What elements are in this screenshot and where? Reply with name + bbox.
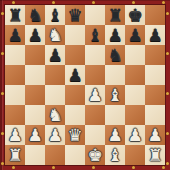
frame-nail-icon (1, 12, 4, 15)
square-c7[interactable]: ♞ (45, 25, 65, 45)
black-pawn[interactable]: ♟ (45, 45, 65, 65)
frame-nail-icon (12, 1, 15, 4)
frame-nail-icon (166, 132, 169, 135)
square-b1[interactable] (25, 145, 45, 165)
square-h5[interactable] (145, 65, 165, 85)
square-a3[interactable] (5, 105, 25, 125)
square-a2[interactable]: ♟ (5, 125, 25, 145)
black-knight[interactable]: ♞ (25, 5, 45, 25)
frame-nail-icon (162, 1, 165, 4)
white-bishop[interactable]: ♝ (105, 145, 125, 165)
square-c8[interactable]: ♝ (45, 5, 65, 25)
white-pawn[interactable]: ♟ (25, 125, 45, 145)
black-pawn[interactable]: ♟ (25, 25, 45, 45)
square-f5[interactable] (105, 65, 125, 85)
white-pawn[interactable]: ♟ (105, 125, 125, 145)
frame-nail-icon (92, 166, 95, 169)
square-g4[interactable] (125, 85, 145, 105)
white-knight[interactable]: ♞ (45, 105, 65, 125)
square-b4[interactable] (25, 85, 45, 105)
square-a7[interactable]: ♟ (5, 25, 25, 45)
square-h1[interactable]: ♜ (145, 145, 165, 165)
square-e7[interactable]: ♝ (85, 25, 105, 45)
white-rook[interactable]: ♜ (145, 145, 165, 165)
frame-nail-icon (1, 92, 4, 95)
square-a4[interactable] (5, 85, 25, 105)
square-h2[interactable]: ♟ (145, 125, 165, 145)
frame-nail-icon (132, 166, 135, 169)
white-pawn[interactable]: ♟ (145, 125, 165, 145)
square-a6[interactable] (5, 45, 25, 65)
white-bishop[interactable]: ♝ (105, 85, 125, 105)
square-b2[interactable]: ♟ (25, 125, 45, 145)
white-king[interactable]: ♚ (85, 145, 105, 165)
square-f1[interactable]: ♝ (105, 145, 125, 165)
black-pawn[interactable]: ♟ (125, 25, 145, 45)
square-g5[interactable] (125, 65, 145, 85)
frame-nail-icon (132, 1, 135, 4)
white-pawn[interactable]: ♟ (125, 125, 145, 145)
square-d7[interactable] (65, 25, 85, 45)
square-g8[interactable]: ♚ (125, 5, 145, 25)
square-f7[interactable]: ♟ (105, 25, 125, 45)
frame-nail-icon (1, 132, 4, 135)
frame-nail-icon (52, 166, 55, 169)
square-e1[interactable]: ♚ (85, 145, 105, 165)
chess-board[interactable]: ♜♞♝♛♜♚♟♟♞♝♟♟♟♟♞♟♟♝♞♟♟♟♛♟♟♟♜♚♝♜ (5, 5, 165, 165)
square-d1[interactable] (65, 145, 85, 165)
square-h3[interactable] (145, 105, 165, 125)
square-c6[interactable]: ♟ (45, 45, 65, 65)
square-a1[interactable]: ♜ (5, 145, 25, 165)
square-d3[interactable] (65, 105, 85, 125)
frame-nail-icon (1, 52, 4, 55)
white-queen[interactable]: ♛ (65, 125, 85, 145)
black-knight[interactable]: ♞ (105, 45, 125, 65)
square-b6[interactable] (25, 45, 45, 65)
white-rook[interactable]: ♜ (5, 145, 25, 165)
square-g7[interactable]: ♟ (125, 25, 145, 45)
square-e6[interactable] (85, 45, 105, 65)
square-g6[interactable] (125, 45, 145, 65)
square-d5[interactable]: ♟ (65, 65, 85, 85)
black-queen[interactable]: ♛ (65, 5, 85, 25)
black-king[interactable]: ♚ (125, 5, 145, 25)
square-b5[interactable] (25, 65, 45, 85)
square-f6[interactable]: ♞ (105, 45, 125, 65)
frame-nail-icon (12, 166, 15, 169)
frame-nail-icon (1, 162, 4, 165)
white-pawn[interactable]: ♟ (85, 85, 105, 105)
black-bishop[interactable]: ♝ (85, 25, 105, 45)
square-h8[interactable] (145, 5, 165, 25)
square-b3[interactable] (25, 105, 45, 125)
square-d6[interactable] (65, 45, 85, 65)
square-e2[interactable] (85, 125, 105, 145)
white-pawn[interactable]: ♟ (45, 125, 65, 145)
square-e4[interactable]: ♟ (85, 85, 105, 105)
white-knight[interactable]: ♞ (45, 25, 65, 45)
square-c4[interactable] (45, 85, 65, 105)
square-h6[interactable] (145, 45, 165, 65)
chess-app: ♜♞♝♛♜♚♟♟♞♝♟♟♟♟♞♟♟♝♞♟♟♟♛♟♟♟♜♚♝♜ (0, 0, 170, 170)
square-d2[interactable]: ♛ (65, 125, 85, 145)
black-pawn[interactable]: ♟ (105, 25, 125, 45)
frame-nail-icon (52, 1, 55, 4)
frame-nail-icon (166, 162, 169, 165)
square-f4[interactable]: ♝ (105, 85, 125, 105)
black-pawn[interactable]: ♟ (145, 25, 165, 45)
square-d8[interactable]: ♛ (65, 5, 85, 25)
square-f8[interactable]: ♜ (105, 5, 125, 25)
black-rook[interactable]: ♜ (105, 5, 125, 25)
square-c5[interactable] (45, 65, 65, 85)
frame-nail-icon (166, 12, 169, 15)
black-pawn[interactable]: ♟ (65, 65, 85, 85)
square-a5[interactable] (5, 65, 25, 85)
square-g1[interactable] (125, 145, 145, 165)
black-bishop[interactable]: ♝ (45, 5, 65, 25)
square-h7[interactable]: ♟ (145, 25, 165, 45)
black-pawn[interactable]: ♟ (5, 25, 25, 45)
square-b7[interactable]: ♟ (25, 25, 45, 45)
square-a8[interactable]: ♜ (5, 5, 25, 25)
square-c3[interactable]: ♞ (45, 105, 65, 125)
frame-nail-icon (162, 166, 165, 169)
square-e8[interactable] (85, 5, 105, 25)
square-d4[interactable] (65, 85, 85, 105)
square-c2[interactable]: ♟ (45, 125, 65, 145)
square-g3[interactable] (125, 105, 145, 125)
square-f2[interactable]: ♟ (105, 125, 125, 145)
black-rook[interactable]: ♜ (5, 5, 25, 25)
square-g2[interactable]: ♟ (125, 125, 145, 145)
square-e3[interactable] (85, 105, 105, 125)
square-f3[interactable] (105, 105, 125, 125)
square-e5[interactable] (85, 65, 105, 85)
square-c1[interactable] (45, 145, 65, 165)
white-pawn[interactable]: ♟ (5, 125, 25, 145)
frame-nail-icon (166, 52, 169, 55)
square-h4[interactable] (145, 85, 165, 105)
square-b8[interactable]: ♞ (25, 5, 45, 25)
frame-nail-icon (166, 92, 169, 95)
frame-nail-icon (92, 1, 95, 4)
